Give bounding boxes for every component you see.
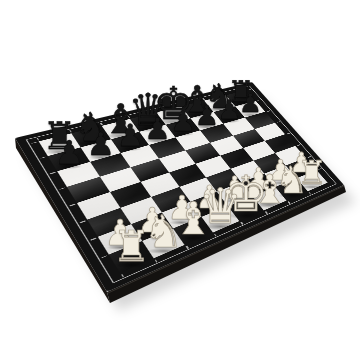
black-pawn-a7[interactable]: ♟ <box>53 137 86 170</box>
black-pawn-c7[interactable]: ♟ <box>115 121 146 152</box>
piece-glyph: ♟ <box>85 129 117 161</box>
white-rook-a1[interactable]: ♜ <box>110 226 152 268</box>
piece-glyph: ♟ <box>115 121 146 152</box>
piece-glyph: ♟ <box>169 108 198 137</box>
chess-set-photo: ♜♟♞♟♝♟♟♜♚♟♟♞♛♟♟♝♝♟♟♚♞♟♟♛♜♟♟♝♟♞♟♜ <box>0 0 360 360</box>
black-pawn-d7[interactable]: ♟ <box>143 115 173 145</box>
piece-glyph: ♟ <box>53 137 86 170</box>
piece-glyph: ♜ <box>110 226 152 268</box>
black-pawn-b7[interactable]: ♟ <box>85 129 117 161</box>
black-pawn-e7[interactable]: ♟ <box>169 108 198 137</box>
piece-glyph: ♟ <box>143 115 173 145</box>
